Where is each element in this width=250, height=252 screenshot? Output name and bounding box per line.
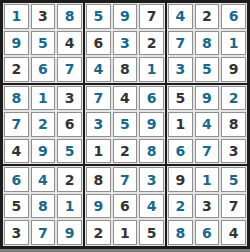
cell-r7c7[interactable]: 9	[168, 167, 193, 192]
cell-r7c4[interactable]: 8	[86, 167, 111, 192]
cell-r9c8[interactable]: 6	[195, 220, 220, 245]
cell-r4c7[interactable]: 5	[168, 86, 193, 111]
cell-r4c6[interactable]: 6	[139, 86, 164, 111]
cell-r2c8[interactable]: 8	[195, 31, 220, 56]
cell-r2c6[interactable]: 2	[139, 31, 164, 56]
cell-r4c8[interactable]: 9	[195, 86, 220, 111]
cell-r8c3[interactable]: 1	[57, 194, 82, 219]
cell-r6c8[interactable]: 7	[195, 139, 220, 164]
cell-r3c6[interactable]: 1	[139, 57, 164, 82]
cell-r9c1[interactable]: 3	[4, 220, 29, 245]
cell-r9c4[interactable]: 2	[86, 220, 111, 245]
cell-r2c9[interactable]: 1	[221, 31, 246, 56]
cell-r9c9[interactable]: 4	[221, 220, 246, 245]
cell-r1c8[interactable]: 2	[195, 4, 220, 29]
cell-r7c1[interactable]: 6	[4, 167, 29, 192]
cell-r5c3[interactable]: 6	[57, 112, 82, 137]
cell-r4c2[interactable]: 1	[31, 86, 56, 111]
cell-r7c3[interactable]: 2	[57, 167, 82, 192]
cell-r6c7[interactable]: 6	[168, 139, 193, 164]
cell-r4c3[interactable]: 3	[57, 86, 82, 111]
cell-r5c8[interactable]: 4	[195, 112, 220, 137]
cell-r5c2[interactable]: 2	[31, 112, 56, 137]
cell-r8c9[interactable]: 7	[221, 194, 246, 219]
cell-r9c2[interactable]: 7	[31, 220, 56, 245]
cell-r8c2[interactable]: 8	[31, 194, 56, 219]
cell-r6c1[interactable]: 4	[4, 139, 29, 164]
sudoku-board: 1389542675976324814267813598137264957463…	[0, 0, 250, 249]
cell-r8c4[interactable]: 9	[86, 194, 111, 219]
cell-r5c6[interactable]: 9	[139, 112, 164, 137]
cell-r6c4[interactable]: 1	[86, 139, 111, 164]
cell-r9c3[interactable]: 9	[57, 220, 82, 245]
cell-r4c1[interactable]: 8	[4, 86, 29, 111]
sudoku-box-9: 915237864	[166, 165, 248, 247]
cell-r1c3[interactable]: 8	[57, 4, 82, 29]
cell-r2c3[interactable]: 4	[57, 31, 82, 56]
cell-r3c5[interactable]: 8	[113, 57, 138, 82]
cell-r1c2[interactable]: 3	[31, 4, 56, 29]
cell-r1c1[interactable]: 1	[4, 4, 29, 29]
cell-r8c5[interactable]: 6	[113, 194, 138, 219]
cell-r3c2[interactable]: 6	[31, 57, 56, 82]
cell-r7c6[interactable]: 3	[139, 167, 164, 192]
cell-r1c9[interactable]: 6	[221, 4, 246, 29]
cell-r2c5[interactable]: 3	[113, 31, 138, 56]
cell-r8c6[interactable]: 4	[139, 194, 164, 219]
cell-r8c8[interactable]: 3	[195, 194, 220, 219]
sudoku-box-2: 597632481	[84, 2, 166, 84]
sudoku-app: 1389542675976324814267813598137264957463…	[0, 0, 250, 252]
cell-r3c9[interactable]: 9	[221, 57, 246, 82]
cell-r1c7[interactable]: 4	[168, 4, 193, 29]
cell-r5c4[interactable]: 3	[86, 112, 111, 137]
sudoku-box-8: 873964215	[84, 165, 166, 247]
cell-r3c7[interactable]: 3	[168, 57, 193, 82]
sudoku-box-1: 138954267	[2, 2, 84, 84]
cell-r5c1[interactable]: 7	[4, 112, 29, 137]
cell-r1c5[interactable]: 9	[113, 4, 138, 29]
cell-r4c5[interactable]: 4	[113, 86, 138, 111]
cell-r6c9[interactable]: 3	[221, 139, 246, 164]
sudoku-box-5: 746359128	[84, 84, 166, 166]
cell-r7c8[interactable]: 1	[195, 167, 220, 192]
cell-r7c9[interactable]: 5	[221, 167, 246, 192]
cell-r5c5[interactable]: 5	[113, 112, 138, 137]
cell-r7c2[interactable]: 4	[31, 167, 56, 192]
cell-r3c8[interactable]: 5	[195, 57, 220, 82]
cell-r5c7[interactable]: 1	[168, 112, 193, 137]
sudoku-box-3: 426781359	[166, 2, 248, 84]
cell-r5c9[interactable]: 8	[221, 112, 246, 137]
cell-r1c6[interactable]: 7	[139, 4, 164, 29]
cell-r9c5[interactable]: 1	[113, 220, 138, 245]
cell-r2c7[interactable]: 7	[168, 31, 193, 56]
cell-r8c7[interactable]: 2	[168, 194, 193, 219]
cell-r4c4[interactable]: 7	[86, 86, 111, 111]
cell-r2c1[interactable]: 9	[4, 31, 29, 56]
cell-r2c2[interactable]: 5	[31, 31, 56, 56]
sudoku-box-4: 813726495	[2, 84, 84, 166]
sudoku-box-7: 642581379	[2, 165, 84, 247]
cell-r6c3[interactable]: 5	[57, 139, 82, 164]
cell-r7c5[interactable]: 7	[113, 167, 138, 192]
cell-r6c2[interactable]: 9	[31, 139, 56, 164]
cell-r8c1[interactable]: 5	[4, 194, 29, 219]
cell-r3c1[interactable]: 2	[4, 57, 29, 82]
cell-r4c9[interactable]: 2	[221, 86, 246, 111]
cell-r6c6[interactable]: 8	[139, 139, 164, 164]
cell-r3c4[interactable]: 4	[86, 57, 111, 82]
cell-r9c6[interactable]: 5	[139, 220, 164, 245]
cell-r6c5[interactable]: 2	[113, 139, 138, 164]
cell-r9c7[interactable]: 8	[168, 220, 193, 245]
cell-r3c3[interactable]: 7	[57, 57, 82, 82]
cell-r1c4[interactable]: 5	[86, 4, 111, 29]
cell-r2c4[interactable]: 6	[86, 31, 111, 56]
sudoku-box-6: 592148673	[166, 84, 248, 166]
